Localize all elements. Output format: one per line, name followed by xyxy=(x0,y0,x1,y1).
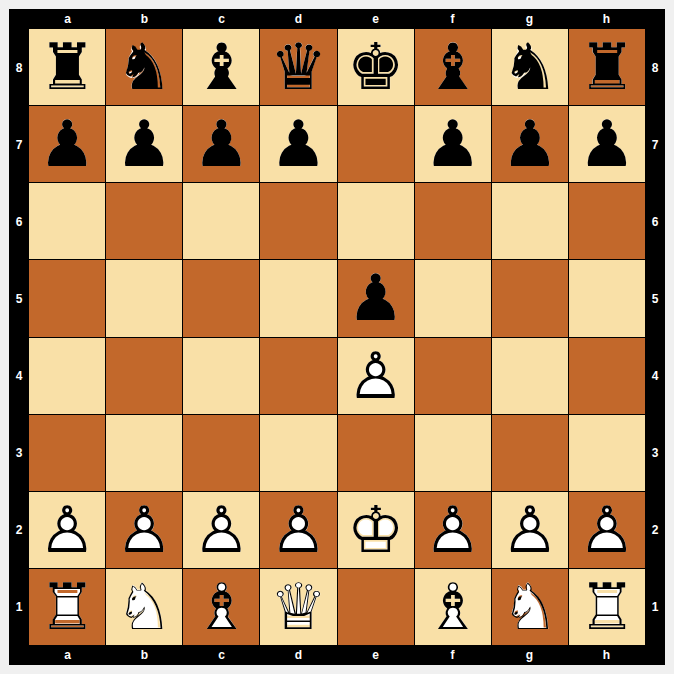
file-label-bottom-h: h xyxy=(568,645,645,665)
square-e5[interactable]: ♟♙ xyxy=(338,260,414,336)
square-b5[interactable] xyxy=(106,260,182,336)
piece-glyph-fill: ♛ xyxy=(260,29,336,105)
piece-glyph-fill: ♟ xyxy=(260,106,336,182)
square-h2[interactable]: ♟♙ xyxy=(569,492,645,568)
square-e3[interactable] xyxy=(338,415,414,491)
piece-glyph-outline: ♗ xyxy=(415,569,491,645)
file-label-bottom-f: f xyxy=(414,645,491,665)
white-rook-icon[interactable]: ♜♖ xyxy=(29,569,105,645)
file-label-top-d: d xyxy=(260,9,337,29)
white-knight-icon[interactable]: ♞♘ xyxy=(106,569,182,645)
square-b2[interactable]: ♟♙ xyxy=(106,492,182,568)
square-c6[interactable] xyxy=(183,183,259,259)
rank-label-left-2: 2 xyxy=(9,491,29,568)
piece-glyph-fill: ♝ xyxy=(415,29,491,105)
black-pawn-icon[interactable]: ♟♙ xyxy=(260,106,336,182)
white-king-icon[interactable]: ♚♔ xyxy=(338,492,414,568)
rank-label-left-4: 4 xyxy=(9,337,29,414)
square-c5[interactable] xyxy=(183,260,259,336)
black-pawn-icon[interactable]: ♟♙ xyxy=(338,260,414,336)
square-a5[interactable] xyxy=(29,260,105,336)
white-pawn-icon[interactable]: ♟♙ xyxy=(569,492,645,568)
file-label-top-b: b xyxy=(106,9,183,29)
square-h8[interactable]: ♜♖ xyxy=(569,29,645,105)
square-c7[interactable]: ♟♙ xyxy=(183,106,259,182)
white-pawn-icon[interactable]: ♟♙ xyxy=(415,492,491,568)
black-rook-icon[interactable]: ♜♖ xyxy=(569,29,645,105)
rank-label-right-7: 7 xyxy=(645,106,665,183)
piece-glyph-fill: ♟ xyxy=(338,260,414,336)
square-g3[interactable] xyxy=(492,415,568,491)
file-label-bottom-c: c xyxy=(183,645,260,665)
piece-glyph-outline: ♙ xyxy=(29,492,105,568)
white-pawn-icon[interactable]: ♟♙ xyxy=(106,492,182,568)
piece-glyph-outline: ♙ xyxy=(183,492,259,568)
piece-glyph-outline: ♔ xyxy=(338,492,414,568)
file-label-top-a: a xyxy=(29,9,106,29)
square-f6[interactable] xyxy=(415,183,491,259)
square-f3[interactable] xyxy=(415,415,491,491)
square-g8[interactable]: ♞♘ xyxy=(492,29,568,105)
black-king-icon[interactable]: ♚♔ xyxy=(338,29,414,105)
square-h3[interactable] xyxy=(569,415,645,491)
square-e8[interactable]: ♚♔ xyxy=(338,29,414,105)
piece-glyph-fill: ♚ xyxy=(338,29,414,105)
white-knight-icon[interactable]: ♞♘ xyxy=(492,569,568,645)
file-label-top-g: g xyxy=(491,9,568,29)
square-f7[interactable]: ♟♙ xyxy=(415,106,491,182)
square-h1[interactable]: ♜♖ xyxy=(569,569,645,645)
square-b3[interactable] xyxy=(106,415,182,491)
square-f5[interactable] xyxy=(415,260,491,336)
file-label-top-f: f xyxy=(414,9,491,29)
square-d7[interactable]: ♟♙ xyxy=(260,106,336,182)
piece-glyph-outline: ♖ xyxy=(569,569,645,645)
white-pawn-icon[interactable]: ♟♙ xyxy=(492,492,568,568)
square-d8[interactable]: ♛♕ xyxy=(260,29,336,105)
square-d4[interactable] xyxy=(260,338,336,414)
black-rook-icon[interactable]: ♜♖ xyxy=(29,29,105,105)
black-pawn-icon[interactable]: ♟♙ xyxy=(415,106,491,182)
square-e7[interactable] xyxy=(338,106,414,182)
square-f1[interactable]: ♝♗ xyxy=(415,569,491,645)
square-g7[interactable]: ♟♙ xyxy=(492,106,568,182)
piece-glyph-outline: ♙ xyxy=(492,492,568,568)
black-pawn-icon[interactable]: ♟♙ xyxy=(106,106,182,182)
rank-label-right-8: 8 xyxy=(645,29,665,106)
piece-glyph-outline: ♖ xyxy=(29,569,105,645)
rank-label-left-6: 6 xyxy=(9,183,29,260)
rank-labels-right: 87654321 xyxy=(645,29,665,645)
piece-glyph-fill: ♜ xyxy=(569,29,645,105)
piece-glyph-fill: ♟ xyxy=(106,106,182,182)
square-g5[interactable] xyxy=(492,260,568,336)
square-f4[interactable] xyxy=(415,338,491,414)
rank-label-left-3: 3 xyxy=(9,414,29,491)
square-c8[interactable]: ♝♗ xyxy=(183,29,259,105)
black-knight-icon[interactable]: ♞♘ xyxy=(106,29,182,105)
square-h7[interactable]: ♟♙ xyxy=(569,106,645,182)
square-d3[interactable] xyxy=(260,415,336,491)
square-b4[interactable] xyxy=(106,338,182,414)
square-b8[interactable]: ♞♘ xyxy=(106,29,182,105)
piece-glyph-outline: ♘ xyxy=(106,569,182,645)
file-label-top-c: c xyxy=(183,9,260,29)
square-e4[interactable]: ♟♙ xyxy=(338,338,414,414)
black-knight-icon[interactable]: ♞♘ xyxy=(492,29,568,105)
piece-glyph-fill: ♟ xyxy=(492,106,568,182)
square-g2[interactable]: ♟♙ xyxy=(492,492,568,568)
piece-glyph-fill: ♞ xyxy=(106,29,182,105)
square-a4[interactable] xyxy=(29,338,105,414)
file-label-bottom-d: d xyxy=(260,645,337,665)
file-label-bottom-e: e xyxy=(337,645,414,665)
rank-label-left-7: 7 xyxy=(9,106,29,183)
white-rook-icon[interactable]: ♜♖ xyxy=(569,569,645,645)
square-g4[interactable] xyxy=(492,338,568,414)
black-pawn-icon[interactable]: ♟♙ xyxy=(183,106,259,182)
piece-glyph-outline: ♙ xyxy=(569,492,645,568)
square-b1[interactable]: ♞♘ xyxy=(106,569,182,645)
square-d5[interactable] xyxy=(260,260,336,336)
white-bishop-icon[interactable]: ♝♗ xyxy=(415,569,491,645)
white-pawn-icon[interactable]: ♟♙ xyxy=(260,492,336,568)
black-queen-icon[interactable]: ♛♕ xyxy=(260,29,336,105)
square-h4[interactable] xyxy=(569,338,645,414)
square-h5[interactable] xyxy=(569,260,645,336)
rank-label-right-4: 4 xyxy=(645,337,665,414)
rank-label-left-8: 8 xyxy=(9,29,29,106)
square-h6[interactable] xyxy=(569,183,645,259)
square-a8[interactable]: ♜♖ xyxy=(29,29,105,105)
square-d2[interactable]: ♟♙ xyxy=(260,492,336,568)
rank-label-right-5: 5 xyxy=(645,260,665,337)
square-b7[interactable]: ♟♙ xyxy=(106,106,182,182)
file-labels-top: abcdefgh xyxy=(29,9,645,29)
square-f8[interactable]: ♝♗ xyxy=(415,29,491,105)
rank-label-left-5: 5 xyxy=(9,260,29,337)
piece-glyph-fill: ♟ xyxy=(29,106,105,182)
piece-glyph-outline: ♙ xyxy=(415,492,491,568)
piece-glyph-outline: ♘ xyxy=(492,569,568,645)
black-bishop-icon[interactable]: ♝♗ xyxy=(183,29,259,105)
chess-board: ♜♖♞♘♝♗♛♕♚♔♝♗♞♘♜♖♟♙♟♙♟♙♟♙♟♙♟♙♟♙♟♙♟♙♟♙♟♙♟♙… xyxy=(29,29,645,645)
file-label-bottom-a: a xyxy=(29,645,106,665)
piece-glyph-fill: ♜ xyxy=(29,29,105,105)
square-e6[interactable] xyxy=(338,183,414,259)
piece-glyph-fill: ♝ xyxy=(183,29,259,105)
black-pawn-icon[interactable]: ♟♙ xyxy=(569,106,645,182)
square-e1[interactable] xyxy=(338,569,414,645)
file-label-bottom-b: b xyxy=(106,645,183,665)
piece-glyph-fill: ♟ xyxy=(415,106,491,182)
piece-glyph-fill: ♟ xyxy=(183,106,259,182)
piece-glyph-outline: ♙ xyxy=(106,492,182,568)
rank-label-left-1: 1 xyxy=(9,568,29,645)
square-g1[interactable]: ♞♘ xyxy=(492,569,568,645)
piece-glyph-outline: ♗ xyxy=(183,569,259,645)
rank-label-right-1: 1 xyxy=(645,568,665,645)
square-f2[interactable]: ♟♙ xyxy=(415,492,491,568)
piece-glyph-outline: ♙ xyxy=(260,492,336,568)
piece-glyph-fill: ♞ xyxy=(492,29,568,105)
square-a7[interactable]: ♟♙ xyxy=(29,106,105,182)
rank-label-right-2: 2 xyxy=(645,491,665,568)
rank-labels-left: 87654321 xyxy=(9,29,29,645)
square-c4[interactable] xyxy=(183,338,259,414)
square-d1[interactable]: ♛♕ xyxy=(260,569,336,645)
piece-glyph-outline: ♕ xyxy=(260,569,336,645)
rank-label-right-6: 6 xyxy=(645,183,665,260)
square-c2[interactable]: ♟♙ xyxy=(183,492,259,568)
square-c3[interactable] xyxy=(183,415,259,491)
board-frame: abcdefgh abcdefgh 87654321 87654321 ♜♖♞♘… xyxy=(9,9,665,665)
square-e2[interactable]: ♚♔ xyxy=(338,492,414,568)
black-bishop-icon[interactable]: ♝♗ xyxy=(415,29,491,105)
file-label-top-e: e xyxy=(337,9,414,29)
square-g6[interactable] xyxy=(492,183,568,259)
file-label-bottom-g: g xyxy=(491,645,568,665)
square-c1[interactable]: ♝♗ xyxy=(183,569,259,645)
square-a1[interactable]: ♜♖ xyxy=(29,569,105,645)
square-d6[interactable] xyxy=(260,183,336,259)
piece-glyph-outline: ♙ xyxy=(338,338,414,414)
file-label-top-h: h xyxy=(568,9,645,29)
white-pawn-icon[interactable]: ♟♙ xyxy=(338,338,414,414)
square-a6[interactable] xyxy=(29,183,105,259)
white-pawn-icon[interactable]: ♟♙ xyxy=(29,492,105,568)
rank-label-right-3: 3 xyxy=(645,414,665,491)
white-bishop-icon[interactable]: ♝♗ xyxy=(183,569,259,645)
black-pawn-icon[interactable]: ♟♙ xyxy=(492,106,568,182)
square-b6[interactable] xyxy=(106,183,182,259)
file-labels-bottom: abcdefgh xyxy=(29,645,645,665)
piece-glyph-fill: ♟ xyxy=(569,106,645,182)
black-pawn-icon[interactable]: ♟♙ xyxy=(29,106,105,182)
square-a2[interactable]: ♟♙ xyxy=(29,492,105,568)
white-queen-icon[interactable]: ♛♕ xyxy=(260,569,336,645)
page-background: { "game": "chess", "position": { "fen": … xyxy=(0,0,674,674)
square-a3[interactable] xyxy=(29,415,105,491)
white-pawn-icon[interactable]: ♟♙ xyxy=(183,492,259,568)
